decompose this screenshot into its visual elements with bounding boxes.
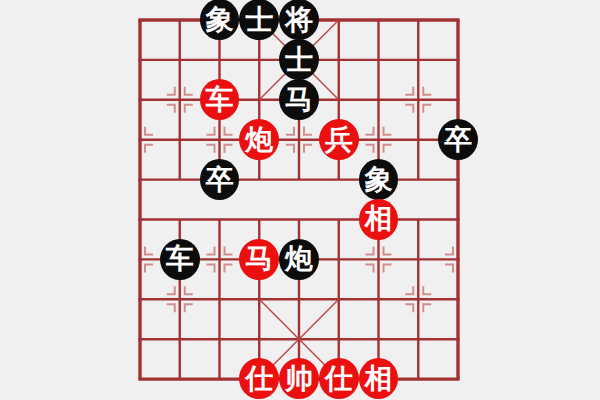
board-point: 炮: [239, 120, 279, 160]
piece-red-chariot[interactable]: 车: [200, 79, 240, 120]
board-point: 卒: [438, 120, 478, 160]
board-point: 相: [359, 199, 399, 239]
board-point: 士: [279, 40, 319, 80]
piece-black-soldier[interactable]: 卒: [438, 119, 478, 160]
piece-red-general[interactable]: 帅: [279, 358, 319, 399]
piece-black-advisor[interactable]: 士: [239, 0, 279, 40]
piece-black-elephant[interactable]: 象: [200, 0, 240, 40]
board-point: 仕: [239, 359, 279, 399]
board-point: 将: [279, 0, 319, 40]
board-point: 炮: [279, 239, 319, 279]
piece-red-elephant[interactable]: 相: [359, 358, 399, 399]
piece-red-soldier[interactable]: 兵: [319, 119, 359, 160]
piece-red-advisor[interactable]: 仕: [319, 358, 359, 399]
piece-red-elephant[interactable]: 相: [359, 199, 399, 240]
board-point: 象: [200, 0, 240, 40]
board-point: 士: [239, 0, 279, 40]
board-point: 仕: [319, 359, 359, 399]
board-point: 车: [200, 80, 240, 120]
board-point: 帅: [279, 359, 319, 399]
piece-red-horse[interactable]: 马: [239, 239, 279, 280]
piece-black-chariot[interactable]: 车: [160, 239, 200, 280]
board-point: 象: [359, 160, 399, 200]
xiangqi-app: 象士将士车马炮兵卒卒象相车马炮仕帅仕相: [0, 0, 600, 400]
board-point: 兵: [319, 120, 359, 160]
board-point: 马: [279, 80, 319, 120]
board-point: 马: [239, 239, 279, 279]
board-point: 车: [160, 239, 200, 279]
piece-red-cannon[interactable]: 炮: [239, 119, 279, 160]
piece-black-elephant[interactable]: 象: [359, 159, 399, 200]
board-point: 卒: [200, 160, 240, 200]
board-point: 相: [359, 359, 399, 399]
piece-black-general[interactable]: 将: [279, 0, 319, 40]
piece-black-advisor[interactable]: 士: [279, 39, 319, 80]
piece-black-horse[interactable]: 马: [279, 79, 319, 120]
piece-black-soldier[interactable]: 卒: [200, 159, 240, 200]
piece-layer: 象士将士车马炮兵卒卒象相车马炮仕帅仕相: [120, 0, 478, 399]
piece-red-advisor[interactable]: 仕: [239, 358, 279, 399]
piece-black-cannon[interactable]: 炮: [279, 239, 319, 280]
